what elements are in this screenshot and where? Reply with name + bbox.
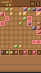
game-screen: Level 7 ↶ ≡ [0, 0, 41, 72]
purple-ball-piece[interactable] [32, 26, 36, 30]
green-ball-piece[interactable] [23, 17, 27, 21]
game-board[interactable] [0, 7, 41, 49]
tray-slot[interactable] [1, 50, 5, 55]
menu-button[interactable]: ≡ [36, 1, 41, 6]
dark-ball-piece[interactable] [32, 8, 36, 12]
gold-dot-icon [9, 4, 11, 6]
purple-ball-piece[interactable] [37, 8, 41, 12]
resource-icon-row [6, 4, 13, 6]
gold-ball-piece[interactable] [23, 12, 27, 16]
tray-slot[interactable] [32, 50, 36, 55]
red-ball-piece[interactable] [37, 26, 41, 30]
purple-ball-piece[interactable] [28, 22, 32, 26]
green-ball-piece[interactable] [14, 45, 18, 49]
gold-ball-piece[interactable] [10, 51, 13, 54]
undo-button[interactable]: ↶ [30, 1, 35, 6]
dark-ball-piece[interactable] [1, 51, 4, 54]
piece-tray [1, 50, 41, 55]
green-ball-piece[interactable] [19, 22, 23, 26]
gold-ball-piece[interactable] [10, 12, 14, 16]
gold-ball-piece[interactable] [37, 12, 41, 16]
tray-slot[interactable] [19, 50, 23, 55]
tray-slot[interactable] [23, 50, 27, 55]
tray-slot[interactable] [14, 50, 18, 55]
tray-slot[interactable] [37, 50, 41, 55]
gold-ball-piece[interactable] [19, 12, 23, 16]
board-cell[interactable] [36, 44, 41, 49]
gold-ball-piece[interactable] [19, 45, 23, 49]
top-bar: Level 7 ↶ ≡ [0, 0, 41, 7]
red-ball-piece[interactable] [37, 22, 41, 26]
tray-slot[interactable] [10, 50, 14, 55]
tray-slot[interactable] [28, 50, 32, 55]
red-ball-piece[interactable] [24, 51, 27, 54]
red-ball-piece[interactable] [33, 51, 36, 54]
gold-ball-piece[interactable] [10, 8, 14, 12]
red-ball-piece[interactable] [15, 51, 18, 54]
purple-ball-piece[interactable] [23, 8, 27, 12]
green-dot-icon [6, 4, 8, 6]
bottom-wood-panel [0, 56, 41, 73]
red-ball-piece[interactable] [37, 31, 41, 35]
red-ball-piece[interactable] [0, 12, 4, 16]
green-ball-piece[interactable] [28, 8, 32, 12]
top-bar-buttons: ↶ ≡ [30, 1, 40, 6]
green-ball-piece[interactable] [5, 8, 9, 12]
green-ball-piece[interactable] [6, 51, 9, 54]
red-dot-icon [12, 4, 14, 6]
tray-slot[interactable] [5, 50, 9, 55]
